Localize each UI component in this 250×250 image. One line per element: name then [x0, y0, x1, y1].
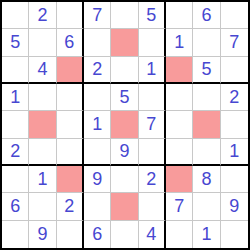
given-digit: 2 [64, 197, 74, 215]
cell-r4c8[interactable] [193, 84, 220, 111]
cell-r2c8[interactable] [193, 29, 220, 56]
cell-r9c4[interactable]: 6 [84, 221, 111, 248]
cell-r8c8[interactable] [193, 193, 220, 220]
given-digit: 7 [229, 33, 239, 51]
cell-r3c1[interactable] [2, 57, 29, 84]
cell-r8c3[interactable]: 2 [57, 193, 84, 220]
cell-r6c2[interactable] [29, 139, 56, 166]
cell-r2c5[interactable] [111, 29, 138, 56]
cell-r7c6[interactable]: 2 [139, 166, 166, 193]
given-digit: 5 [201, 60, 211, 78]
cell-r2c1[interactable]: 5 [2, 29, 29, 56]
cell-r1c8[interactable]: 6 [193, 2, 220, 29]
given-digit: 6 [201, 6, 211, 24]
cell-r4c3[interactable] [57, 84, 84, 111]
cell-r2c6[interactable] [139, 29, 166, 56]
given-digit: 1 [37, 170, 47, 188]
given-digit: 1 [201, 225, 211, 243]
given-digit: 6 [92, 225, 102, 243]
given-digit: 1 [229, 142, 239, 160]
cell-r5c7[interactable] [166, 111, 193, 138]
cell-r9c2[interactable]: 9 [29, 221, 56, 248]
sudoku-page: 27565617421515217291192862799641 [0, 0, 250, 250]
cell-r7c3[interactable] [57, 166, 84, 193]
given-digit: 4 [37, 60, 47, 78]
given-digit: 4 [146, 225, 156, 243]
given-digit: 7 [92, 6, 102, 24]
given-digit: 9 [229, 197, 239, 215]
given-digit: 1 [92, 115, 102, 133]
cell-r2c4[interactable] [84, 29, 111, 56]
given-digit: 8 [201, 170, 211, 188]
cell-r5c3[interactable] [57, 111, 84, 138]
cell-r6c9[interactable]: 1 [221, 139, 248, 166]
cell-r9c5[interactable] [111, 221, 138, 248]
cell-r4c6[interactable] [139, 84, 166, 111]
cell-r3c4[interactable]: 2 [84, 57, 111, 84]
cell-r6c5[interactable]: 9 [111, 139, 138, 166]
cell-r5c8[interactable] [193, 111, 220, 138]
cell-r9c1[interactable] [2, 221, 29, 248]
cell-r2c7[interactable]: 1 [166, 29, 193, 56]
cell-r1c9[interactable] [221, 2, 248, 29]
cell-r5c9[interactable] [221, 111, 248, 138]
given-digit: 5 [119, 88, 129, 106]
cell-r3c5[interactable] [111, 57, 138, 84]
cell-r4c5[interactable]: 5 [111, 84, 138, 111]
cell-r7c5[interactable] [111, 166, 138, 193]
cell-r7c2[interactable]: 1 [29, 166, 56, 193]
given-digit: 9 [119, 142, 129, 160]
cell-r4c1[interactable]: 1 [2, 84, 29, 111]
cell-r3c8[interactable]: 5 [193, 57, 220, 84]
cell-r2c3[interactable]: 6 [57, 29, 84, 56]
given-digit: 5 [10, 33, 20, 51]
given-digit: 1 [146, 60, 156, 78]
given-digit: 1 [10, 88, 20, 106]
cell-r7c9[interactable] [221, 166, 248, 193]
cell-r2c2[interactable] [29, 29, 56, 56]
cell-r8c9[interactable]: 9 [221, 193, 248, 220]
cell-r6c1[interactable]: 2 [2, 139, 29, 166]
cell-r9c8[interactable]: 1 [193, 221, 220, 248]
cell-r1c3[interactable] [57, 2, 84, 29]
cell-r6c4[interactable] [84, 139, 111, 166]
cell-r4c7[interactable] [166, 84, 193, 111]
cell-r9c3[interactable] [57, 221, 84, 248]
given-digit: 9 [37, 225, 47, 243]
cell-r8c7[interactable]: 7 [166, 193, 193, 220]
cell-r9c9[interactable] [221, 221, 248, 248]
sudoku-board: 27565617421515217291192862799641 [0, 0, 250, 250]
cell-r3c9[interactable] [221, 57, 248, 84]
cell-r8c5[interactable] [111, 193, 138, 220]
cell-r7c4[interactable]: 9 [84, 166, 111, 193]
cell-r5c1[interactable] [2, 111, 29, 138]
cell-r5c4[interactable]: 1 [84, 111, 111, 138]
cell-r1c6[interactable]: 5 [139, 2, 166, 29]
given-digit: 2 [10, 142, 20, 160]
cell-r5c6[interactable]: 7 [139, 111, 166, 138]
cell-r1c5[interactable] [111, 2, 138, 29]
cell-r3c3[interactable] [57, 57, 84, 84]
given-digit: 6 [10, 197, 20, 215]
cell-r9c7[interactable] [166, 221, 193, 248]
cell-r4c2[interactable] [29, 84, 56, 111]
cell-r1c2[interactable]: 2 [29, 2, 56, 29]
cell-r5c2[interactable] [29, 111, 56, 138]
cell-r8c1[interactable]: 6 [2, 193, 29, 220]
cell-r8c6[interactable] [139, 193, 166, 220]
cell-r6c8[interactable] [193, 139, 220, 166]
cell-r8c2[interactable] [29, 193, 56, 220]
cell-r1c7[interactable] [166, 2, 193, 29]
given-digit: 1 [174, 33, 184, 51]
given-digit: 7 [146, 115, 156, 133]
cell-r6c3[interactable] [57, 139, 84, 166]
cell-r4c4[interactable] [84, 84, 111, 111]
given-digit: 6 [64, 33, 74, 51]
cell-r2c9[interactable]: 7 [221, 29, 248, 56]
cell-r7c7[interactable] [166, 166, 193, 193]
cell-r5c5[interactable] [111, 111, 138, 138]
cell-r8c4[interactable] [84, 193, 111, 220]
given-digit: 2 [37, 6, 47, 24]
given-digit: 2 [146, 170, 156, 188]
cell-r3c7[interactable] [166, 57, 193, 84]
given-digit: 2 [92, 60, 102, 78]
cell-r3c6[interactable]: 1 [139, 57, 166, 84]
given-digit: 9 [92, 170, 102, 188]
given-digit: 5 [146, 6, 156, 24]
cell-r6c6[interactable] [139, 139, 166, 166]
cell-r9c6[interactable]: 4 [139, 221, 166, 248]
given-digit: 7 [174, 197, 184, 215]
cell-r6c7[interactable] [166, 139, 193, 166]
cell-r7c8[interactable]: 8 [193, 166, 220, 193]
cell-r1c1[interactable] [2, 2, 29, 29]
cell-r3c2[interactable]: 4 [29, 57, 56, 84]
given-digit: 2 [229, 88, 239, 106]
cell-r4c9[interactable]: 2 [221, 84, 248, 111]
cell-r7c1[interactable] [2, 166, 29, 193]
cell-r1c4[interactable]: 7 [84, 2, 111, 29]
